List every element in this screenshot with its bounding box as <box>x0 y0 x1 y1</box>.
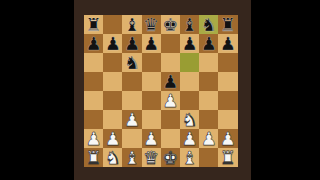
black-queen[interactable]: ♛ <box>143 15 159 34</box>
black-pawn[interactable]: ♟ <box>220 34 236 53</box>
square-h6[interactable] <box>218 53 237 72</box>
square-a5[interactable] <box>84 72 103 91</box>
square-e8[interactable]: ♚ <box>161 15 180 34</box>
square-c5[interactable] <box>122 72 141 91</box>
square-h2[interactable]: ♟ <box>218 129 237 148</box>
square-g7[interactable]: ♟ <box>199 34 218 53</box>
black-rook[interactable]: ♜ <box>86 15 102 34</box>
square-e6[interactable] <box>161 53 180 72</box>
square-f2[interactable]: ♟ <box>180 129 199 148</box>
white-pawn[interactable]: ♟ <box>86 129 102 148</box>
square-h4[interactable] <box>218 91 237 110</box>
square-b6[interactable] <box>103 53 122 72</box>
square-e5[interactable]: ♟ <box>161 72 180 91</box>
square-a7[interactable]: ♟ <box>84 34 103 53</box>
letterbox-right <box>250 0 320 180</box>
square-d6[interactable] <box>142 53 161 72</box>
square-h7[interactable]: ♟ <box>218 34 237 53</box>
square-b8[interactable] <box>103 15 122 34</box>
black-rook[interactable]: ♜ <box>220 15 236 34</box>
square-a8[interactable]: ♜ <box>84 15 103 34</box>
black-pawn[interactable]: ♟ <box>143 34 159 53</box>
square-g6[interactable] <box>199 53 218 72</box>
video-frame: ♜♝♛♚♝♞♜♟♟♟♟♟♟♟♞♟♟♟♞♟♟♟♟♟♟♜♞♝♛♚♝♜ <box>0 0 320 180</box>
square-c6[interactable]: ♞ <box>122 53 141 72</box>
square-d1[interactable]: ♛ <box>142 148 161 167</box>
white-queen[interactable]: ♛ <box>143 148 159 167</box>
white-pawn[interactable]: ♟ <box>201 129 217 148</box>
square-g1[interactable] <box>199 148 218 167</box>
white-knight[interactable]: ♞ <box>105 148 121 167</box>
square-g5[interactable] <box>199 72 218 91</box>
square-e3[interactable] <box>161 110 180 129</box>
square-f3[interactable]: ♞ <box>180 110 199 129</box>
square-g8[interactable]: ♞ <box>199 15 218 34</box>
square-g4[interactable] <box>199 91 218 110</box>
square-d7[interactable]: ♟ <box>142 34 161 53</box>
square-c7[interactable]: ♟ <box>122 34 141 53</box>
square-c3[interactable]: ♟ <box>122 110 141 129</box>
black-pawn[interactable]: ♟ <box>201 34 217 53</box>
square-e4[interactable]: ♟ <box>161 91 180 110</box>
white-pawn[interactable]: ♟ <box>220 129 236 148</box>
black-pawn[interactable]: ♟ <box>162 72 178 91</box>
white-knight[interactable]: ♞ <box>181 110 197 129</box>
black-pawn[interactable]: ♟ <box>124 34 140 53</box>
square-f8[interactable]: ♝ <box>180 15 199 34</box>
square-e1[interactable]: ♚ <box>161 148 180 167</box>
square-h8[interactable]: ♜ <box>218 15 237 34</box>
white-pawn[interactable]: ♟ <box>124 110 140 129</box>
square-d2[interactable]: ♟ <box>142 129 161 148</box>
black-king[interactable]: ♚ <box>162 15 178 34</box>
square-b4[interactable] <box>103 91 122 110</box>
square-a1[interactable]: ♜ <box>84 148 103 167</box>
white-pawn[interactable]: ♟ <box>162 91 178 110</box>
square-b2[interactable]: ♟ <box>103 129 122 148</box>
square-c8[interactable]: ♝ <box>122 15 141 34</box>
square-b1[interactable]: ♞ <box>103 148 122 167</box>
letterbox-left <box>0 0 74 180</box>
white-bishop[interactable]: ♝ <box>124 148 140 167</box>
white-rook[interactable]: ♜ <box>86 148 102 167</box>
square-c1[interactable]: ♝ <box>122 148 141 167</box>
black-pawn[interactable]: ♟ <box>86 34 102 53</box>
black-pawn[interactable]: ♟ <box>105 34 121 53</box>
white-pawn[interactable]: ♟ <box>105 129 121 148</box>
square-f6[interactable] <box>180 53 199 72</box>
square-f5[interactable] <box>180 72 199 91</box>
square-f4[interactable] <box>180 91 199 110</box>
square-e7[interactable] <box>161 34 180 53</box>
square-a2[interactable]: ♟ <box>84 129 103 148</box>
square-g2[interactable]: ♟ <box>199 129 218 148</box>
square-h5[interactable] <box>218 72 237 91</box>
square-b7[interactable]: ♟ <box>103 34 122 53</box>
square-f7[interactable]: ♟ <box>180 34 199 53</box>
chess-board: ♜♝♛♚♝♞♜♟♟♟♟♟♟♟♞♟♟♟♞♟♟♟♟♟♟♜♞♝♛♚♝♜ <box>84 15 238 167</box>
white-bishop[interactable]: ♝ <box>181 148 197 167</box>
black-knight[interactable]: ♞ <box>201 15 217 34</box>
white-king[interactable]: ♚ <box>162 148 178 167</box>
black-bishop[interactable]: ♝ <box>124 15 140 34</box>
square-f1[interactable]: ♝ <box>180 148 199 167</box>
square-d3[interactable] <box>142 110 161 129</box>
white-pawn[interactable]: ♟ <box>181 129 197 148</box>
black-knight[interactable]: ♞ <box>124 53 140 72</box>
square-d5[interactable] <box>142 72 161 91</box>
square-a3[interactable] <box>84 110 103 129</box>
square-d4[interactable] <box>142 91 161 110</box>
square-h1[interactable]: ♜ <box>218 148 237 167</box>
square-a6[interactable] <box>84 53 103 72</box>
white-rook[interactable]: ♜ <box>220 148 236 167</box>
square-d8[interactable]: ♛ <box>142 15 161 34</box>
square-b3[interactable] <box>103 110 122 129</box>
square-h3[interactable] <box>218 110 237 129</box>
square-c4[interactable] <box>122 91 141 110</box>
white-pawn[interactable]: ♟ <box>143 129 159 148</box>
square-g3[interactable] <box>199 110 218 129</box>
black-pawn[interactable]: ♟ <box>181 34 197 53</box>
square-c2[interactable] <box>122 129 141 148</box>
square-b5[interactable] <box>103 72 122 91</box>
black-bishop[interactable]: ♝ <box>181 15 197 34</box>
square-e2[interactable] <box>161 129 180 148</box>
square-a4[interactable] <box>84 91 103 110</box>
